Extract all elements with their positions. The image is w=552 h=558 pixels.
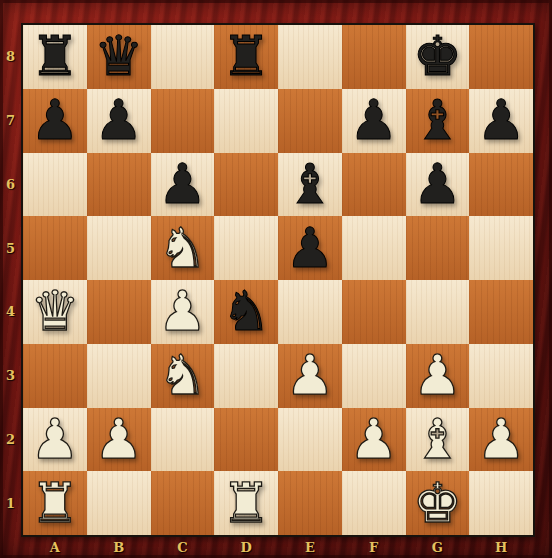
file-label-d: D [214,537,278,558]
square-a3[interactable] [23,344,87,408]
square-c6[interactable]: ♟ [151,153,215,217]
square-h5[interactable] [469,216,533,280]
square-e4[interactable] [278,280,342,344]
square-g5[interactable] [406,216,470,280]
file-label-a: A [23,537,87,558]
piece-white-king[interactable]: ♚ [413,476,462,531]
square-d3[interactable] [214,344,278,408]
piece-white-rook[interactable]: ♜ [221,476,270,531]
piece-white-knight[interactable]: ♞ [158,221,207,276]
piece-white-pawn[interactable]: ♟ [285,348,334,403]
piece-white-pawn[interactable]: ♟ [158,284,207,339]
square-h6[interactable] [469,153,533,217]
file-label-h: H [469,537,533,558]
chess-board[interactable]: ♜♛♜♚♟♟♟♝♟♟♝♟♞♟♛♟♞♞♟♟♟♟♟♝♟♜♜♚ [21,23,535,537]
square-c5[interactable]: ♞ [151,216,215,280]
file-label-c: C [151,537,215,558]
square-c7[interactable] [151,89,215,153]
piece-black-pawn[interactable]: ♟ [476,93,525,148]
piece-white-knight[interactable]: ♞ [158,348,207,403]
square-b6[interactable] [87,153,151,217]
square-e2[interactable] [278,408,342,472]
piece-black-pawn[interactable]: ♟ [349,93,398,148]
file-label-e: E [278,537,342,558]
square-c4[interactable]: ♟ [151,280,215,344]
square-b1[interactable] [87,471,151,535]
rank-label-6: 6 [0,153,21,217]
piece-black-queen[interactable]: ♛ [94,29,143,84]
chess-board-frame: 87654321 ♜♛♜♚♟♟♟♝♟♟♝♟♞♟♛♟♞♞♟♟♟♟♟♝♟♜♜♚ AB… [0,0,552,558]
piece-white-pawn[interactable]: ♟ [476,412,525,467]
square-c1[interactable] [151,471,215,535]
square-a1[interactable]: ♜ [23,471,87,535]
piece-white-pawn[interactable]: ♟ [349,412,398,467]
square-d8[interactable]: ♜ [214,25,278,89]
square-d6[interactable] [214,153,278,217]
square-f5[interactable] [342,216,406,280]
square-e6[interactable]: ♝ [278,153,342,217]
square-a8[interactable]: ♜ [23,25,87,89]
file-label-g: G [406,537,470,558]
square-b2[interactable]: ♟ [87,408,151,472]
file-label-b: B [87,537,151,558]
piece-black-pawn[interactable]: ♟ [413,157,462,212]
piece-black-rook[interactable]: ♜ [30,29,79,84]
square-a4[interactable]: ♛ [23,280,87,344]
square-h3[interactable] [469,344,533,408]
piece-black-bishop[interactable]: ♝ [285,157,334,212]
piece-white-pawn[interactable]: ♟ [413,348,462,403]
square-h1[interactable] [469,471,533,535]
file-label-f: F [342,537,406,558]
square-c8[interactable] [151,25,215,89]
square-e7[interactable] [278,89,342,153]
square-a6[interactable] [23,153,87,217]
square-d7[interactable] [214,89,278,153]
square-d4[interactable]: ♞ [214,280,278,344]
square-f6[interactable] [342,153,406,217]
square-a7[interactable]: ♟ [23,89,87,153]
square-b5[interactable] [87,216,151,280]
square-b3[interactable] [87,344,151,408]
square-g7[interactable]: ♝ [406,89,470,153]
piece-black-pawn[interactable]: ♟ [285,221,334,276]
square-f4[interactable] [342,280,406,344]
square-g6[interactable]: ♟ [406,153,470,217]
square-h7[interactable]: ♟ [469,89,533,153]
rank-label-1: 1 [0,471,21,535]
square-b8[interactable]: ♛ [87,25,151,89]
square-f2[interactable]: ♟ [342,408,406,472]
piece-black-pawn[interactable]: ♟ [30,93,79,148]
square-d1[interactable]: ♜ [214,471,278,535]
square-a5[interactable] [23,216,87,280]
square-e3[interactable]: ♟ [278,344,342,408]
rank-label-5: 5 [0,216,21,280]
square-b7[interactable]: ♟ [87,89,151,153]
square-h4[interactable] [469,280,533,344]
piece-black-bishop[interactable]: ♝ [413,93,462,148]
rank-label-2: 2 [0,408,21,472]
rank-label-3: 3 [0,344,21,408]
square-f7[interactable]: ♟ [342,89,406,153]
square-h8[interactable] [469,25,533,89]
square-d2[interactable] [214,408,278,472]
square-e1[interactable] [278,471,342,535]
rank-labels: 87654321 [0,25,21,535]
rank-label-4: 4 [0,280,21,344]
square-c3[interactable]: ♞ [151,344,215,408]
rank-label-8: 8 [0,25,21,89]
square-f8[interactable] [342,25,406,89]
square-e8[interactable] [278,25,342,89]
square-g3[interactable]: ♟ [406,344,470,408]
square-f1[interactable] [342,471,406,535]
piece-white-pawn[interactable]: ♟ [30,412,79,467]
piece-black-rook[interactable]: ♜ [221,29,270,84]
piece-white-rook[interactable]: ♜ [30,476,79,531]
piece-black-pawn[interactable]: ♟ [94,93,143,148]
square-h2[interactable]: ♟ [469,408,533,472]
square-e5[interactable]: ♟ [278,216,342,280]
file-labels: ABCDEFGH [23,537,533,558]
piece-black-pawn[interactable]: ♟ [158,157,207,212]
square-c2[interactable] [151,408,215,472]
square-d5[interactable] [214,216,278,280]
square-b4[interactable] [87,280,151,344]
square-g4[interactable] [406,280,470,344]
rank-label-7: 7 [0,89,21,153]
square-g1[interactable]: ♚ [406,471,470,535]
piece-black-knight[interactable]: ♞ [221,284,270,339]
square-a2[interactable]: ♟ [23,408,87,472]
piece-white-queen[interactable]: ♛ [30,284,79,339]
square-g2[interactable]: ♝ [406,408,470,472]
piece-white-pawn[interactable]: ♟ [94,412,143,467]
square-g8[interactable]: ♚ [406,25,470,89]
square-f3[interactable] [342,344,406,408]
piece-black-king[interactable]: ♚ [413,29,462,84]
piece-white-bishop[interactable]: ♝ [413,412,462,467]
